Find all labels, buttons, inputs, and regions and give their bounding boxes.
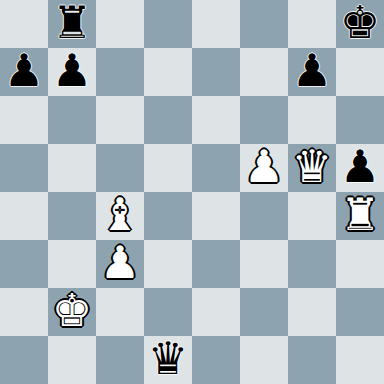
square-a5[interactable]	[0, 144, 48, 192]
square-d8[interactable]	[144, 0, 192, 48]
square-f3[interactable]	[240, 240, 288, 288]
square-c3[interactable]: ♟	[96, 240, 144, 288]
square-h3[interactable]	[336, 240, 384, 288]
square-d7[interactable]	[144, 48, 192, 96]
square-h6[interactable]	[336, 96, 384, 144]
black-pawn-piece[interactable]: ♟	[52, 48, 92, 93]
square-g4[interactable]	[288, 192, 336, 240]
square-b8[interactable]: ♜	[48, 0, 96, 48]
square-h1[interactable]	[336, 336, 384, 384]
square-h5[interactable]: ♟	[336, 144, 384, 192]
white-bishop-piece[interactable]: ♝	[100, 192, 140, 237]
square-b5[interactable]	[48, 144, 96, 192]
square-c5[interactable]	[96, 144, 144, 192]
black-queen-piece[interactable]: ♛	[148, 336, 188, 381]
square-e3[interactable]	[192, 240, 240, 288]
white-pawn-piece[interactable]: ♟	[100, 240, 140, 285]
square-b4[interactable]	[48, 192, 96, 240]
square-c7[interactable]	[96, 48, 144, 96]
white-king-piece[interactable]: ♚	[52, 288, 92, 333]
white-queen-piece[interactable]: ♛	[292, 144, 332, 189]
square-d6[interactable]	[144, 96, 192, 144]
square-b2[interactable]: ♚	[48, 288, 96, 336]
square-e8[interactable]	[192, 0, 240, 48]
white-rook-piece[interactable]: ♜	[340, 192, 380, 237]
square-a6[interactable]	[0, 96, 48, 144]
square-d1[interactable]: ♛	[144, 336, 192, 384]
black-pawn-piece[interactable]: ♟	[4, 48, 44, 93]
black-pawn-piece[interactable]: ♟	[292, 48, 332, 93]
square-a3[interactable]	[0, 240, 48, 288]
square-g7[interactable]: ♟	[288, 48, 336, 96]
square-b7[interactable]: ♟	[48, 48, 96, 96]
square-b1[interactable]	[48, 336, 96, 384]
square-g1[interactable]	[288, 336, 336, 384]
square-e4[interactable]	[192, 192, 240, 240]
square-f4[interactable]	[240, 192, 288, 240]
black-king-piece[interactable]: ♚	[340, 0, 380, 45]
square-f7[interactable]	[240, 48, 288, 96]
square-e2[interactable]	[192, 288, 240, 336]
square-a4[interactable]	[0, 192, 48, 240]
square-d4[interactable]	[144, 192, 192, 240]
square-h7[interactable]	[336, 48, 384, 96]
black-rook-piece[interactable]: ♜	[52, 0, 92, 45]
square-b3[interactable]	[48, 240, 96, 288]
square-f5[interactable]: ♟	[240, 144, 288, 192]
square-f1[interactable]	[240, 336, 288, 384]
square-e7[interactable]	[192, 48, 240, 96]
square-a2[interactable]	[0, 288, 48, 336]
square-a7[interactable]: ♟	[0, 48, 48, 96]
square-e5[interactable]	[192, 144, 240, 192]
square-f8[interactable]	[240, 0, 288, 48]
square-c1[interactable]	[96, 336, 144, 384]
white-pawn-piece[interactable]: ♟	[244, 144, 284, 189]
square-h8[interactable]: ♚	[336, 0, 384, 48]
square-g2[interactable]	[288, 288, 336, 336]
square-g5[interactable]: ♛	[288, 144, 336, 192]
square-d3[interactable]	[144, 240, 192, 288]
square-c2[interactable]	[96, 288, 144, 336]
square-b6[interactable]	[48, 96, 96, 144]
square-e6[interactable]	[192, 96, 240, 144]
square-h4[interactable]: ♜	[336, 192, 384, 240]
square-c4[interactable]: ♝	[96, 192, 144, 240]
square-g8[interactable]	[288, 0, 336, 48]
square-a8[interactable]	[0, 0, 48, 48]
square-c8[interactable]	[96, 0, 144, 48]
square-e1[interactable]	[192, 336, 240, 384]
square-c6[interactable]	[96, 96, 144, 144]
square-a1[interactable]	[0, 336, 48, 384]
square-h2[interactable]	[336, 288, 384, 336]
black-pawn-piece[interactable]: ♟	[340, 144, 380, 189]
square-g6[interactable]	[288, 96, 336, 144]
square-f6[interactable]	[240, 96, 288, 144]
square-g3[interactable]	[288, 240, 336, 288]
square-d2[interactable]	[144, 288, 192, 336]
square-f2[interactable]	[240, 288, 288, 336]
square-d5[interactable]	[144, 144, 192, 192]
chess-board: ♜♚♟♟♟♟♛♟♝♜♟♚♛	[0, 0, 384, 384]
